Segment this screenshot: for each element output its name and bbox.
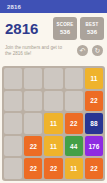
tile-176: 176 [85, 136, 103, 157]
app-bar-title: 2816 [7, 4, 21, 10]
undo-button[interactable]: ↶ [77, 45, 88, 56]
board-cell [24, 113, 42, 134]
game-board[interactable]: 11 22 11 22 88 22 11 44 176 22 22 11 22 [2, 66, 105, 181]
tile-22: 22 [24, 136, 42, 157]
tile-22: 22 [85, 91, 103, 112]
board-cell [4, 68, 22, 89]
score-panel: SCORE 536 BEST 536 [53, 17, 104, 40]
score-label: SCORE [56, 22, 73, 27]
restart-icon: ↻ [95, 47, 101, 54]
board-cell [44, 91, 62, 112]
tile-11: 11 [44, 113, 62, 134]
undo-icon: ↶ [80, 47, 86, 54]
board-controls: ↶ ↻ [77, 45, 104, 56]
tile-22: 22 [85, 158, 103, 179]
board-cell [24, 68, 42, 89]
best-box: BEST 536 [80, 17, 104, 40]
tile-11: 11 [44, 136, 62, 157]
tile-22: 22 [65, 113, 83, 134]
board-cell [65, 68, 83, 89]
app-screen: 2816 2816 SCORE 536 BEST 536 Join the nu… [0, 0, 107, 183]
best-value: 536 [87, 29, 97, 35]
tile-11: 11 [85, 68, 103, 89]
board-cell [24, 91, 42, 112]
board-cell [4, 91, 22, 112]
tile-22: 22 [24, 158, 42, 179]
page-title: 2816 [5, 21, 38, 36]
app-bar: 2816 [0, 0, 107, 13]
board-cell [65, 91, 83, 112]
score-value: 536 [60, 29, 70, 35]
restart-button[interactable]: ↻ [92, 45, 103, 56]
score-box: SCORE 536 [53, 17, 77, 40]
board-cell [4, 113, 22, 134]
board-cell [4, 158, 22, 179]
board-cell [4, 136, 22, 157]
instructions-text: Join the numbers and get to the 2816 til… [5, 45, 67, 57]
header: 2816 SCORE 536 BEST 536 [0, 13, 107, 40]
sub-header: Join the numbers and get to the 2816 til… [0, 40, 107, 57]
tile-88: 88 [85, 113, 103, 134]
tile-22: 22 [44, 158, 62, 179]
best-label: BEST [86, 22, 99, 27]
board-cell [44, 68, 62, 89]
tile-11: 11 [65, 158, 83, 179]
tile-44: 44 [65, 136, 83, 157]
